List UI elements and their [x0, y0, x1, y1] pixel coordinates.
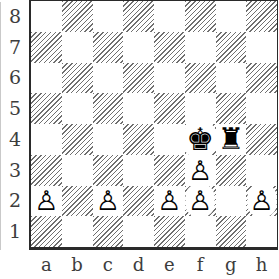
file-label-c: c — [93, 251, 124, 278]
square-a6[interactable] — [31, 63, 62, 94]
square-e1[interactable] — [154, 216, 185, 247]
square-d3[interactable] — [123, 155, 154, 186]
square-f2[interactable]: ♙ — [185, 186, 216, 217]
file-label-e: e — [154, 251, 185, 278]
square-e3[interactable] — [154, 155, 185, 186]
square-g1[interactable] — [216, 216, 247, 247]
square-b6[interactable] — [62, 63, 93, 94]
rank-label-2: 2 — [0, 186, 28, 217]
rank-label-8: 8 — [0, 1, 28, 32]
square-d6[interactable] — [123, 63, 154, 94]
rank-label-5: 5 — [0, 93, 28, 124]
piece-black-king-f4[interactable]: ♚ — [186, 124, 214, 155]
square-b4[interactable] — [62, 124, 93, 155]
rank-label-7: 7 — [0, 32, 28, 63]
square-a5[interactable] — [31, 93, 62, 124]
square-a4[interactable] — [31, 124, 62, 155]
square-f8[interactable] — [185, 1, 216, 32]
square-h6[interactable] — [246, 63, 277, 94]
board: ♚♜♙♙♙♙♙♙ — [31, 1, 277, 247]
square-h1[interactable] — [246, 216, 277, 247]
file-label-a: a — [31, 251, 62, 278]
piece-white-pawn-e2[interactable]: ♙ — [157, 187, 181, 214]
square-f7[interactable] — [185, 32, 216, 63]
square-a1[interactable] — [31, 216, 62, 247]
square-c1[interactable] — [93, 216, 124, 247]
square-h3[interactable] — [246, 155, 277, 186]
square-h7[interactable] — [246, 32, 277, 63]
file-label-g: g — [216, 251, 247, 278]
square-e4[interactable] — [154, 124, 185, 155]
square-f1[interactable] — [185, 216, 216, 247]
square-a7[interactable] — [31, 32, 62, 63]
square-g4[interactable]: ♜ — [216, 124, 247, 155]
square-a8[interactable] — [31, 1, 62, 32]
board-frame: ♚♜♙♙♙♙♙♙ — [29, 0, 278, 250]
rank-labels: 87654321 — [0, 1, 28, 247]
square-e8[interactable] — [154, 1, 185, 32]
square-f4[interactable]: ♚ — [185, 124, 216, 155]
square-d5[interactable] — [123, 93, 154, 124]
piece-white-pawn-h2[interactable]: ♙ — [250, 187, 274, 214]
piece-white-pawn-c2[interactable]: ♙ — [96, 187, 120, 214]
piece-white-pawn-f2[interactable]: ♙ — [188, 187, 212, 214]
square-b7[interactable] — [62, 32, 93, 63]
square-g2[interactable] — [216, 186, 247, 217]
square-b8[interactable] — [62, 1, 93, 32]
square-d7[interactable] — [123, 32, 154, 63]
square-f6[interactable] — [185, 63, 216, 94]
square-e2[interactable]: ♙ — [154, 186, 185, 217]
file-label-f: f — [185, 251, 216, 278]
square-f3[interactable]: ♙ — [185, 155, 216, 186]
square-c4[interactable] — [93, 124, 124, 155]
piece-white-pawn-f3[interactable]: ♙ — [188, 157, 212, 184]
square-b3[interactable] — [62, 155, 93, 186]
file-label-b: b — [62, 251, 93, 278]
square-c6[interactable] — [93, 63, 124, 94]
square-h5[interactable] — [246, 93, 277, 124]
square-a3[interactable] — [31, 155, 62, 186]
square-e5[interactable] — [154, 93, 185, 124]
square-c5[interactable] — [93, 93, 124, 124]
square-a2[interactable]: ♙ — [31, 186, 62, 217]
rank-label-1: 1 — [0, 216, 28, 247]
rank-label-4: 4 — [0, 124, 28, 155]
file-label-d: d — [123, 251, 154, 278]
square-h2[interactable]: ♙ — [246, 186, 277, 217]
square-e6[interactable] — [154, 63, 185, 94]
square-b5[interactable] — [62, 93, 93, 124]
square-d2[interactable] — [123, 186, 154, 217]
square-g3[interactable] — [216, 155, 247, 186]
square-g8[interactable] — [216, 1, 247, 32]
piece-white-pawn-a2[interactable]: ♙ — [34, 187, 58, 214]
square-c2[interactable]: ♙ — [93, 186, 124, 217]
square-c7[interactable] — [93, 32, 124, 63]
square-d1[interactable] — [123, 216, 154, 247]
square-c8[interactable] — [93, 1, 124, 32]
square-d8[interactable] — [123, 1, 154, 32]
square-b1[interactable] — [62, 216, 93, 247]
square-d4[interactable] — [123, 124, 154, 155]
square-g7[interactable] — [216, 32, 247, 63]
square-e7[interactable] — [154, 32, 185, 63]
square-h4[interactable] — [246, 124, 277, 155]
file-label-h: h — [246, 251, 277, 278]
chess-diagram: 87654321 ♚♜♙♙♙♙♙♙ abcdefgh — [0, 0, 279, 279]
rank-label-3: 3 — [0, 155, 28, 186]
square-h8[interactable] — [246, 1, 277, 32]
file-labels: abcdefgh — [31, 251, 277, 278]
square-b2[interactable] — [62, 186, 93, 217]
piece-black-rook-g4[interactable]: ♜ — [217, 124, 244, 154]
square-c3[interactable] — [93, 155, 124, 186]
rank-label-6: 6 — [0, 63, 28, 94]
square-g5[interactable] — [216, 93, 247, 124]
square-g6[interactable] — [216, 63, 247, 94]
square-f5[interactable] — [185, 93, 216, 124]
